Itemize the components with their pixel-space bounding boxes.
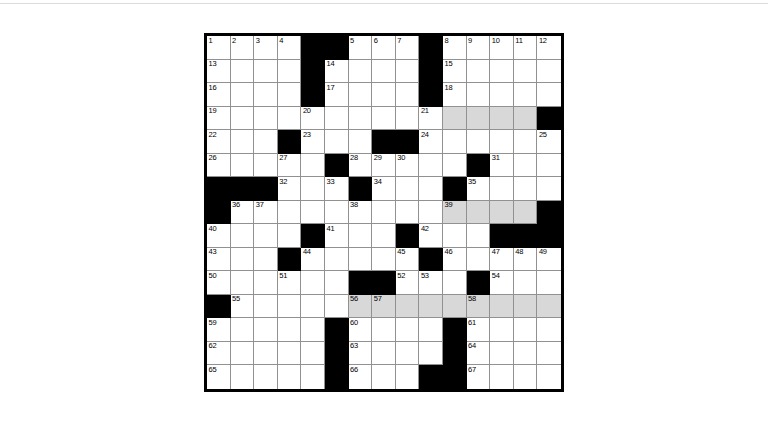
clue-number-63: 63 (350, 342, 358, 350)
clue-number-36: 36 (232, 201, 240, 209)
cell-r8c14[interactable] (514, 201, 538, 225)
cell-r1c1[interactable]: 1 (207, 36, 231, 60)
cell-r13c9[interactable] (396, 318, 420, 342)
cell-r8c6[interactable] (325, 201, 349, 225)
cell-r10c7[interactable] (349, 248, 373, 272)
cell-r9c2[interactable] (231, 224, 255, 248)
crossword-grid: 1234567891011121314151617181920212223242… (204, 33, 564, 392)
clue-number-42: 42 (421, 225, 429, 233)
clue-number-30: 30 (397, 154, 405, 162)
cell-r8c8[interactable] (372, 201, 396, 225)
cell-r8c10[interactable] (419, 201, 443, 225)
cell-r10c13[interactable]: 47 (490, 248, 514, 272)
clue-number-67: 67 (468, 366, 476, 374)
cell-r1c4[interactable]: 4 (278, 36, 302, 60)
clue-number-4: 4 (279, 37, 283, 45)
clue-number-13: 13 (209, 60, 217, 68)
clue-number-12: 12 (539, 37, 547, 45)
cell-r14c10[interactable] (419, 342, 443, 366)
cell-r15c5[interactable] (301, 365, 325, 389)
cell-r13c14[interactable] (514, 318, 538, 342)
cell-r5c14[interactable] (514, 130, 538, 154)
cell-r7c15[interactable] (537, 177, 561, 201)
cell-r11c15[interactable] (537, 271, 561, 295)
clue-number-17: 17 (327, 84, 335, 92)
clue-number-22: 22 (209, 131, 217, 139)
cell-r15c14[interactable] (514, 365, 538, 389)
cell-r15c3[interactable] (254, 365, 278, 389)
cell-r11c4[interactable]: 51 (278, 271, 302, 295)
cell-r15c13[interactable] (490, 365, 514, 389)
black-cell-r14c11 (443, 342, 467, 366)
clue-number-5: 5 (350, 37, 354, 45)
cell-r4c10[interactable]: 21 (419, 107, 443, 131)
clue-number-57: 57 (374, 295, 382, 303)
clue-number-26: 26 (209, 154, 217, 162)
cell-r10c9[interactable]: 45 (396, 248, 420, 272)
cell-r12c8[interactable]: 57 (372, 295, 396, 319)
cell-r13c1[interactable]: 59 (207, 318, 231, 342)
clue-number-15: 15 (445, 60, 453, 68)
clue-number-2: 2 (232, 37, 236, 45)
clue-number-31: 31 (492, 154, 500, 162)
clue-number-37: 37 (256, 201, 264, 209)
cell-r10c15[interactable]: 49 (537, 248, 561, 272)
cell-r1c13[interactable]: 10 (490, 36, 514, 60)
black-cell-r15c11 (443, 365, 467, 389)
cell-r5c10[interactable]: 24 (419, 130, 443, 154)
clue-number-20: 20 (303, 107, 311, 115)
cell-r4c8[interactable] (372, 107, 396, 131)
clue-number-47: 47 (492, 248, 500, 256)
cell-r3c6[interactable]: 17 (325, 83, 349, 107)
cell-r10c6[interactable] (325, 248, 349, 272)
cell-r3c13[interactable] (490, 83, 514, 107)
cell-r6c11[interactable] (443, 154, 467, 178)
cell-r9c8[interactable] (372, 224, 396, 248)
cell-r1c15[interactable]: 12 (537, 36, 561, 60)
cell-r1c3[interactable]: 3 (254, 36, 278, 60)
black-cell-r10c4 (278, 248, 302, 272)
cell-r8c3[interactable]: 37 (254, 201, 278, 225)
cell-r5c1[interactable]: 22 (207, 130, 231, 154)
cell-r13c8[interactable] (372, 318, 396, 342)
cell-r9c4[interactable] (278, 224, 302, 248)
cell-r14c9[interactable] (396, 342, 420, 366)
cell-r11c1[interactable]: 50 (207, 271, 231, 295)
clue-number-32: 32 (279, 178, 287, 186)
black-cell-r11c12 (467, 271, 491, 295)
black-cell-r7c11 (443, 177, 467, 201)
cell-r10c1[interactable]: 43 (207, 248, 231, 272)
clue-number-34: 34 (374, 178, 382, 186)
clue-number-55: 55 (232, 295, 240, 303)
cell-r13c7[interactable]: 60 (349, 318, 373, 342)
cell-r10c14[interactable]: 48 (514, 248, 538, 272)
cell-r14c1[interactable]: 62 (207, 342, 231, 366)
clue-number-10: 10 (492, 37, 500, 45)
black-cell-r11c8 (372, 271, 396, 295)
black-cell-r2c10 (419, 60, 443, 84)
cell-r6c8[interactable]: 29 (372, 154, 396, 178)
clue-number-49: 49 (539, 248, 547, 256)
cell-r1c14[interactable]: 11 (514, 36, 538, 60)
cell-r10c2[interactable] (231, 248, 255, 272)
cell-r7c6[interactable]: 33 (325, 177, 349, 201)
cell-r5c2[interactable] (231, 130, 255, 154)
cell-r12c15[interactable] (537, 295, 561, 319)
black-cell-r7c7 (349, 177, 373, 201)
cell-r6c7[interactable]: 28 (349, 154, 373, 178)
black-cell-r5c9 (396, 130, 420, 154)
cell-r6c13[interactable]: 31 (490, 154, 514, 178)
cell-r3c7[interactable] (349, 83, 373, 107)
black-cell-r8c1 (207, 201, 231, 225)
cell-r4c12[interactable] (467, 107, 491, 131)
cell-r7c10[interactable] (419, 177, 443, 201)
cell-r7c13[interactable] (490, 177, 514, 201)
cell-r8c13[interactable] (490, 201, 514, 225)
cell-r15c9[interactable] (396, 365, 420, 389)
black-cell-r15c6 (325, 365, 349, 389)
cell-r6c9[interactable]: 30 (396, 154, 420, 178)
cell-r2c3[interactable] (254, 60, 278, 84)
cell-r4c14[interactable] (514, 107, 538, 131)
cell-r13c15[interactable] (537, 318, 561, 342)
clue-number-1: 1 (209, 37, 213, 45)
clue-number-44: 44 (303, 248, 311, 256)
black-cell-r9c14 (514, 224, 538, 248)
black-cell-r11c7 (349, 271, 373, 295)
cell-r7c8[interactable]: 34 (372, 177, 396, 201)
cell-r4c4[interactable] (278, 107, 302, 131)
clue-number-45: 45 (397, 248, 405, 256)
clue-number-60: 60 (350, 319, 358, 327)
cell-r12c9[interactable] (396, 295, 420, 319)
cell-r12c13[interactable] (490, 295, 514, 319)
cell-r4c3[interactable] (254, 107, 278, 131)
cell-r8c5[interactable] (301, 201, 325, 225)
clue-number-58: 58 (468, 295, 476, 303)
clue-number-56: 56 (350, 295, 358, 303)
cell-r3c3[interactable] (254, 83, 278, 107)
cell-r15c8[interactable] (372, 365, 396, 389)
clue-number-23: 23 (303, 131, 311, 139)
black-cell-r10c10 (419, 248, 443, 272)
cell-r13c3[interactable] (254, 318, 278, 342)
cell-r11c5[interactable] (301, 271, 325, 295)
cell-r15c12[interactable]: 67 (467, 365, 491, 389)
cell-r7c14[interactable] (514, 177, 538, 201)
cell-r12c11[interactable] (443, 295, 467, 319)
cell-r12c5[interactable] (301, 295, 325, 319)
cell-r1c11[interactable]: 8 (443, 36, 467, 60)
cell-r4c6[interactable] (325, 107, 349, 131)
top-divider-line (0, 3, 768, 4)
black-cell-r5c8 (372, 130, 396, 154)
black-cell-r12c1 (207, 295, 231, 319)
cell-r14c4[interactable] (278, 342, 302, 366)
cell-r12c14[interactable] (514, 295, 538, 319)
cell-r8c12[interactable] (467, 201, 491, 225)
cell-r14c15[interactable] (537, 342, 561, 366)
cell-r2c12[interactable] (467, 60, 491, 84)
clue-number-61: 61 (468, 319, 476, 327)
cell-r12c4[interactable] (278, 295, 302, 319)
black-cell-r9c13 (490, 224, 514, 248)
cell-r10c3[interactable] (254, 248, 278, 272)
clue-number-25: 25 (539, 131, 547, 139)
clue-number-48: 48 (515, 248, 523, 256)
black-cell-r9c15 (537, 224, 561, 248)
cell-r3c15[interactable] (537, 83, 561, 107)
clue-number-43: 43 (209, 248, 217, 256)
cell-r13c12[interactable]: 61 (467, 318, 491, 342)
black-cell-r8c15 (537, 201, 561, 225)
cell-r9c1[interactable]: 40 (207, 224, 231, 248)
cell-r2c13[interactable] (490, 60, 514, 84)
clue-number-16: 16 (209, 84, 217, 92)
clue-number-29: 29 (374, 154, 382, 162)
cell-r5c12[interactable] (467, 130, 491, 154)
cell-r2c14[interactable] (514, 60, 538, 84)
cell-r5c5[interactable]: 23 (301, 130, 325, 154)
cell-r6c14[interactable] (514, 154, 538, 178)
cell-r10c11[interactable]: 46 (443, 248, 467, 272)
clue-number-54: 54 (492, 272, 500, 280)
cell-r4c13[interactable] (490, 107, 514, 131)
cell-r3c9[interactable] (396, 83, 420, 107)
black-cell-r9c9 (396, 224, 420, 248)
cell-r4c11[interactable] (443, 107, 467, 131)
cell-r15c1[interactable]: 65 (207, 365, 231, 389)
cell-r3c11[interactable]: 18 (443, 83, 467, 107)
cell-r9c10[interactable]: 42 (419, 224, 443, 248)
cell-r12c12[interactable]: 58 (467, 295, 491, 319)
cell-r9c3[interactable] (254, 224, 278, 248)
cell-r15c4[interactable] (278, 365, 302, 389)
cell-r6c15[interactable] (537, 154, 561, 178)
cell-r1c7[interactable]: 5 (349, 36, 373, 60)
black-cell-r7c3 (254, 177, 278, 201)
clue-number-14: 14 (327, 60, 335, 68)
cell-r4c7[interactable] (349, 107, 373, 131)
cell-r3c12[interactable] (467, 83, 491, 107)
cell-r13c2[interactable] (231, 318, 255, 342)
cell-r7c5[interactable] (301, 177, 325, 201)
clue-number-35: 35 (468, 178, 476, 186)
cell-r5c13[interactable] (490, 130, 514, 154)
clue-number-27: 27 (279, 154, 287, 162)
cell-r8c7[interactable]: 38 (349, 201, 373, 225)
black-cell-r7c2 (231, 177, 255, 201)
clue-number-41: 41 (327, 225, 335, 233)
page: 1234567891011121314151617181920212223242… (0, 0, 768, 432)
cell-r7c9[interactable] (396, 177, 420, 201)
cell-r12c10[interactable] (419, 295, 443, 319)
clue-number-39: 39 (445, 201, 453, 209)
cell-r14c8[interactable] (372, 342, 396, 366)
cell-r9c6[interactable]: 41 (325, 224, 349, 248)
cell-r11c6[interactable] (325, 271, 349, 295)
cell-r4c1[interactable]: 19 (207, 107, 231, 131)
black-cell-r6c6 (325, 154, 349, 178)
cell-r10c12[interactable] (467, 248, 491, 272)
cell-r15c2[interactable] (231, 365, 255, 389)
clue-number-38: 38 (350, 201, 358, 209)
cell-r1c12[interactable]: 9 (467, 36, 491, 60)
clue-number-8: 8 (445, 37, 449, 45)
cell-r13c13[interactable] (490, 318, 514, 342)
cell-r3c14[interactable] (514, 83, 538, 107)
clue-number-9: 9 (468, 37, 472, 45)
cell-r11c9[interactable]: 52 (396, 271, 420, 295)
cell-r11c14[interactable] (514, 271, 538, 295)
cell-r14c5[interactable] (301, 342, 325, 366)
cell-r5c6[interactable] (325, 130, 349, 154)
cell-r6c4[interactable]: 27 (278, 154, 302, 178)
cell-r12c2[interactable]: 55 (231, 295, 255, 319)
clue-number-65: 65 (209, 366, 217, 374)
clue-number-50: 50 (209, 272, 217, 280)
cell-r15c15[interactable] (537, 365, 561, 389)
cell-r2c7[interactable] (349, 60, 373, 84)
black-cell-r9c5 (301, 224, 325, 248)
cell-r6c5[interactable] (301, 154, 325, 178)
clue-number-53: 53 (421, 272, 429, 280)
cell-r14c12[interactable]: 64 (467, 342, 491, 366)
cell-r6c3[interactable] (254, 154, 278, 178)
cell-r8c2[interactable]: 36 (231, 201, 255, 225)
cell-r11c10[interactable]: 53 (419, 271, 443, 295)
cell-r4c2[interactable] (231, 107, 255, 131)
cell-r8c9[interactable] (396, 201, 420, 225)
black-cell-r1c10 (419, 36, 443, 60)
cell-r2c11[interactable]: 15 (443, 60, 467, 84)
cell-r4c9[interactable] (396, 107, 420, 131)
cell-r5c15[interactable]: 25 (537, 130, 561, 154)
cell-r11c3[interactable] (254, 271, 278, 295)
cell-r9c12[interactable] (467, 224, 491, 248)
cell-r2c8[interactable] (372, 60, 396, 84)
clue-number-24: 24 (421, 131, 429, 139)
cell-r11c13[interactable]: 54 (490, 271, 514, 295)
black-cell-r7c1 (207, 177, 231, 201)
clue-number-7: 7 (397, 37, 401, 45)
cell-r5c11[interactable] (443, 130, 467, 154)
cell-r6c1[interactable]: 26 (207, 154, 231, 178)
clue-number-51: 51 (279, 272, 287, 280)
cell-r1c2[interactable]: 2 (231, 36, 255, 60)
cell-r11c2[interactable] (231, 271, 255, 295)
cell-r13c5[interactable] (301, 318, 325, 342)
clue-number-3: 3 (256, 37, 260, 45)
clue-number-19: 19 (209, 107, 217, 115)
black-cell-r3c5 (301, 83, 325, 107)
cell-r5c3[interactable] (254, 130, 278, 154)
cell-r15c7[interactable]: 66 (349, 365, 373, 389)
black-cell-r1c5 (301, 36, 325, 60)
cell-r9c7[interactable] (349, 224, 373, 248)
clue-number-11: 11 (515, 37, 522, 45)
black-cell-r13c6 (325, 318, 349, 342)
clue-number-18: 18 (445, 84, 453, 92)
cell-r7c4[interactable]: 32 (278, 177, 302, 201)
clue-number-59: 59 (209, 319, 217, 327)
cell-r12c6[interactable] (325, 295, 349, 319)
black-cell-r1c6 (325, 36, 349, 60)
cell-r6c2[interactable] (231, 154, 255, 178)
black-cell-r15c10 (419, 365, 443, 389)
cell-r4c5[interactable]: 20 (301, 107, 325, 131)
cell-r8c4[interactable] (278, 201, 302, 225)
cell-r13c4[interactable] (278, 318, 302, 342)
cell-r13c10[interactable] (419, 318, 443, 342)
cell-r10c8[interactable] (372, 248, 396, 272)
cell-r2c4[interactable] (278, 60, 302, 84)
cell-r3c1[interactable]: 16 (207, 83, 231, 107)
clue-number-62: 62 (209, 342, 217, 350)
clue-number-6: 6 (374, 37, 378, 45)
black-cell-r4c15 (537, 107, 561, 131)
cell-r14c7[interactable]: 63 (349, 342, 373, 366)
cell-r14c2[interactable] (231, 342, 255, 366)
cell-r3c4[interactable] (278, 83, 302, 107)
black-cell-r3c10 (419, 83, 443, 107)
cell-r14c13[interactable] (490, 342, 514, 366)
cell-r8c11[interactable]: 39 (443, 201, 467, 225)
cell-r5c7[interactable] (349, 130, 373, 154)
cell-r12c7[interactable]: 56 (349, 295, 373, 319)
cell-r2c1[interactable]: 13 (207, 60, 231, 84)
clue-number-21: 21 (421, 107, 429, 115)
cell-r6c10[interactable] (419, 154, 443, 178)
clue-number-33: 33 (327, 178, 335, 186)
clue-number-64: 64 (468, 342, 476, 350)
cell-r2c2[interactable] (231, 60, 255, 84)
clue-number-28: 28 (350, 154, 358, 162)
clue-number-66: 66 (350, 366, 358, 374)
cell-r10c5[interactable]: 44 (301, 248, 325, 272)
black-cell-r5c4 (278, 130, 302, 154)
cell-r14c14[interactable] (514, 342, 538, 366)
black-cell-r6c12 (467, 154, 491, 178)
cell-r1c9[interactable]: 7 (396, 36, 420, 60)
clue-number-52: 52 (397, 272, 405, 280)
clue-number-46: 46 (445, 248, 453, 256)
clue-number-40: 40 (209, 225, 217, 233)
cell-r7c12[interactable]: 35 (467, 177, 491, 201)
black-cell-r14c6 (325, 342, 349, 366)
cell-r2c6[interactable]: 14 (325, 60, 349, 84)
cell-r12c3[interactable] (254, 295, 278, 319)
cell-r3c8[interactable] (372, 83, 396, 107)
cell-r9c11[interactable] (443, 224, 467, 248)
cell-r1c8[interactable]: 6 (372, 36, 396, 60)
black-cell-r13c11 (443, 318, 467, 342)
cell-r2c15[interactable] (537, 60, 561, 84)
cell-r2c9[interactable] (396, 60, 420, 84)
black-cell-r2c5 (301, 60, 325, 84)
cell-r11c11[interactable] (443, 271, 467, 295)
cell-r3c2[interactable] (231, 83, 255, 107)
cell-r14c3[interactable] (254, 342, 278, 366)
